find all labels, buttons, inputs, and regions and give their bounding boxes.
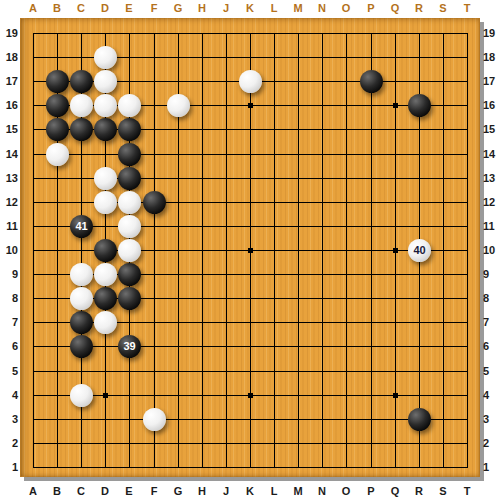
coord-label-bottom: L bbox=[262, 483, 286, 499]
coord-label-right: 4 bbox=[483, 387, 500, 403]
stone-black bbox=[46, 94, 69, 117]
grid-line-vertical bbox=[443, 33, 444, 468]
coord-label-left: 3 bbox=[0, 411, 18, 427]
coord-label-right: 5 bbox=[483, 363, 500, 379]
coord-label-right: 16 bbox=[483, 97, 500, 113]
coord-label-top: F bbox=[142, 0, 166, 16]
coord-label-bottom: A bbox=[21, 483, 45, 499]
coord-label-bottom: E bbox=[117, 483, 141, 499]
star-point bbox=[393, 248, 398, 253]
coord-label-bottom: R bbox=[407, 483, 431, 499]
coord-label-bottom: F bbox=[142, 483, 166, 499]
stone-white bbox=[118, 239, 141, 262]
coord-label-right: 11 bbox=[483, 218, 500, 234]
stone-black bbox=[143, 191, 166, 214]
stone-white bbox=[94, 263, 117, 286]
coord-label-top: R bbox=[407, 0, 431, 16]
grid-line-vertical bbox=[322, 33, 323, 468]
stone-black bbox=[70, 70, 93, 93]
grid-line-vertical bbox=[274, 33, 275, 468]
coord-label-bottom: K bbox=[238, 483, 262, 499]
coord-label-left: 7 bbox=[0, 314, 18, 330]
coord-label-top: A bbox=[21, 0, 45, 16]
coord-label-right: 10 bbox=[483, 242, 500, 258]
coord-label-top: B bbox=[45, 0, 69, 16]
coord-label-right: 2 bbox=[483, 435, 500, 451]
stone-black bbox=[70, 118, 93, 141]
coord-label-bottom: D bbox=[93, 483, 117, 499]
coord-label-left: 8 bbox=[0, 290, 18, 306]
coord-label-top: G bbox=[166, 0, 190, 16]
grid-line-horizontal bbox=[33, 371, 468, 372]
coord-label-left: 18 bbox=[0, 49, 18, 65]
coord-label-top: H bbox=[190, 0, 214, 16]
stone-white bbox=[118, 191, 141, 214]
stone-white-numbered: 40 bbox=[408, 239, 431, 262]
coord-label-right: 9 bbox=[483, 266, 500, 282]
stone-black bbox=[360, 70, 383, 93]
coord-label-top: M bbox=[286, 0, 310, 16]
stone-white bbox=[70, 287, 93, 310]
stone-black bbox=[94, 239, 117, 262]
stone-black-numbered: 39 bbox=[118, 335, 141, 358]
coord-label-right: 8 bbox=[483, 290, 500, 306]
coord-label-right: 7 bbox=[483, 314, 500, 330]
coord-label-right: 13 bbox=[483, 170, 500, 186]
star-point bbox=[248, 103, 253, 108]
coord-label-top: Q bbox=[383, 0, 407, 16]
coord-label-left: 10 bbox=[0, 242, 18, 258]
coord-label-top: D bbox=[93, 0, 117, 16]
coord-label-left: 15 bbox=[0, 121, 18, 137]
coord-label-bottom: B bbox=[45, 483, 69, 499]
coord-label-bottom: P bbox=[359, 483, 383, 499]
stone-white bbox=[94, 94, 117, 117]
coord-label-left: 13 bbox=[0, 170, 18, 186]
grid-line-vertical bbox=[467, 33, 468, 468]
coord-label-top: S bbox=[431, 0, 455, 16]
coord-label-left: 14 bbox=[0, 146, 18, 162]
coord-label-right: 15 bbox=[483, 121, 500, 137]
grid-line-horizontal bbox=[33, 346, 468, 347]
coord-label-top: T bbox=[455, 0, 479, 16]
coord-label-right: 6 bbox=[483, 338, 500, 354]
coord-label-left: 1 bbox=[0, 459, 18, 475]
coord-label-left: 17 bbox=[0, 73, 18, 89]
coord-label-left: 5 bbox=[0, 363, 18, 379]
coord-label-bottom: S bbox=[431, 483, 455, 499]
coord-label-left: 19 bbox=[0, 25, 18, 41]
stone-white bbox=[94, 311, 117, 334]
coord-label-right: 12 bbox=[483, 194, 500, 210]
stone-black bbox=[46, 118, 69, 141]
coord-label-top: C bbox=[69, 0, 93, 16]
stone-white bbox=[167, 94, 190, 117]
star-point bbox=[393, 103, 398, 108]
coord-label-bottom: C bbox=[69, 483, 93, 499]
star-point bbox=[393, 393, 398, 398]
stone-black bbox=[408, 94, 431, 117]
stone-white bbox=[118, 94, 141, 117]
coord-label-right: 18 bbox=[483, 49, 500, 65]
grid-line-vertical bbox=[346, 33, 347, 468]
coord-label-right: 19 bbox=[483, 25, 500, 41]
coord-label-top: E bbox=[117, 0, 141, 16]
stone-white bbox=[118, 215, 141, 238]
coord-label-bottom: O bbox=[334, 483, 358, 499]
star-point bbox=[248, 393, 253, 398]
stone-white bbox=[70, 263, 93, 286]
grid-line-horizontal bbox=[33, 419, 468, 420]
coord-label-right: 14 bbox=[483, 146, 500, 162]
star-point bbox=[103, 393, 108, 398]
stone-white bbox=[143, 408, 166, 431]
stone-black bbox=[70, 311, 93, 334]
grid-line-vertical bbox=[371, 33, 372, 468]
grid-line-horizontal bbox=[33, 443, 468, 444]
stone-black-numbered: 41 bbox=[70, 215, 93, 238]
stone-black bbox=[94, 118, 117, 141]
stone-black bbox=[118, 263, 141, 286]
stone-white bbox=[70, 94, 93, 117]
coord-label-bottom: N bbox=[310, 483, 334, 499]
coord-label-bottom: T bbox=[455, 483, 479, 499]
star-point bbox=[248, 248, 253, 253]
stone-black bbox=[118, 143, 141, 166]
stone-black bbox=[408, 408, 431, 431]
coord-label-top: P bbox=[359, 0, 383, 16]
coord-label-bottom: J bbox=[214, 483, 238, 499]
coord-label-left: 12 bbox=[0, 194, 18, 210]
stone-white bbox=[94, 167, 117, 190]
coord-label-left: 2 bbox=[0, 435, 18, 451]
stone-white bbox=[239, 70, 262, 93]
coord-label-bottom: Q bbox=[383, 483, 407, 499]
stone-black bbox=[118, 118, 141, 141]
coord-label-left: 4 bbox=[0, 387, 18, 403]
stone-white bbox=[94, 46, 117, 69]
coord-label-top: L bbox=[262, 0, 286, 16]
coord-label-right: 3 bbox=[483, 411, 500, 427]
coord-label-right: 17 bbox=[483, 73, 500, 89]
coord-label-right: 1 bbox=[483, 459, 500, 475]
coord-label-bottom: M bbox=[286, 483, 310, 499]
stone-black bbox=[94, 287, 117, 310]
coord-label-top: O bbox=[334, 0, 358, 16]
coord-label-left: 6 bbox=[0, 338, 18, 354]
stone-white bbox=[94, 191, 117, 214]
grid-line-horizontal bbox=[33, 467, 468, 468]
stone-black bbox=[118, 167, 141, 190]
coord-label-left: 11 bbox=[0, 218, 18, 234]
coord-label-bottom: G bbox=[166, 483, 190, 499]
coord-label-left: 16 bbox=[0, 97, 18, 113]
stone-white bbox=[94, 70, 117, 93]
coord-label-top: N bbox=[310, 0, 334, 16]
coord-label-top: J bbox=[214, 0, 238, 16]
grid-line-vertical bbox=[298, 33, 299, 468]
stone-white bbox=[70, 384, 93, 407]
go-board-page: AABBCCDDEEFFGGHHJJKKLLMMNNOOPPQQRRSSTT19… bbox=[0, 0, 500, 500]
coord-label-top: K bbox=[238, 0, 262, 16]
stone-black bbox=[70, 335, 93, 358]
stone-black bbox=[118, 287, 141, 310]
stone-black bbox=[46, 70, 69, 93]
coord-label-bottom: H bbox=[190, 483, 214, 499]
coord-label-left: 9 bbox=[0, 266, 18, 282]
stone-white bbox=[46, 143, 69, 166]
